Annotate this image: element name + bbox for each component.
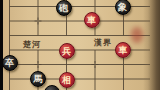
red-soldier[interactable]: 兵	[59, 43, 75, 59]
right-blur-strip	[143, 0, 160, 90]
black-cannon[interactable]: 砲	[56, 0, 72, 16]
blurred-background-piece	[131, 27, 143, 43]
red-chariot-2[interactable]: 車	[115, 42, 131, 58]
black-horse[interactable]: 馬	[30, 71, 46, 87]
left-letterbox-bar	[0, 0, 3, 90]
xiangqi-game-screen: 楚河 漢界 砲象車兵車卒馬相	[0, 0, 160, 90]
river-label-chu-he: 楚河	[23, 38, 41, 49]
river-label-han-jie: 漢界	[94, 37, 112, 48]
red-elephant[interactable]: 相	[59, 72, 75, 88]
black-soldier[interactable]: 卒	[2, 55, 18, 71]
red-chariot[interactable]: 車	[84, 12, 100, 28]
